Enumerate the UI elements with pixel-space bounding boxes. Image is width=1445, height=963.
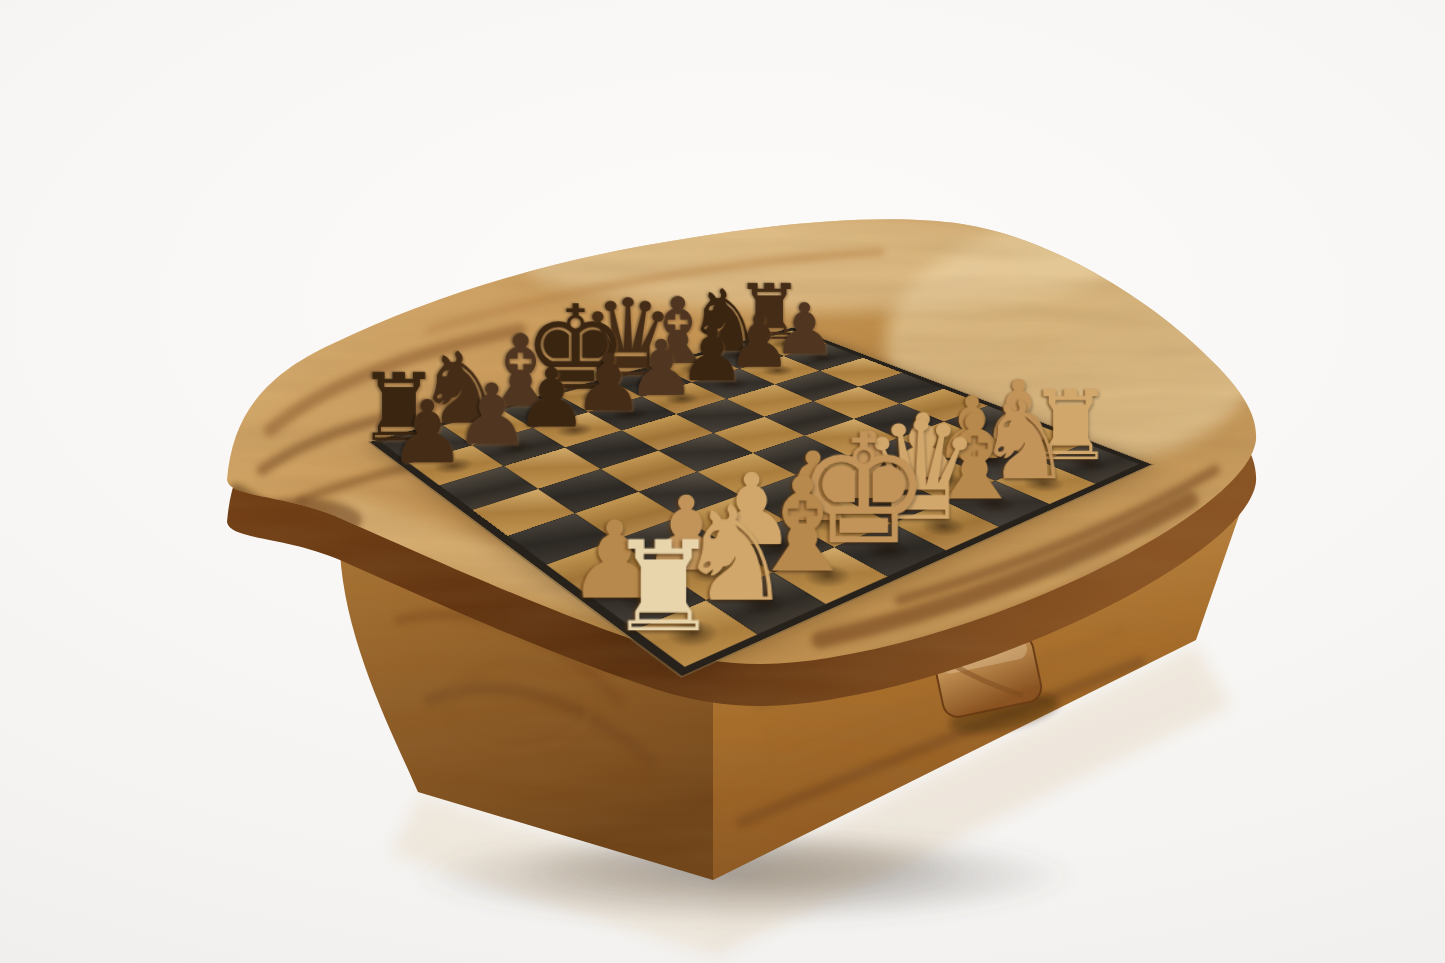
chess-board: ♜♞♝♛♚♝♞♜♟♟♟♟♟♟♟♟♟♟♟♟♟♟♟♟♜♞♝♛♚♝♞♜ xyxy=(370,328,1151,676)
white-rook[interactable]: ♜ xyxy=(607,530,720,646)
studio-backdrop: ♜♞♝♛♚♝♞♜♟♟♟♟♟♟♟♟♟♟♟♟♟♟♟♟♜♞♝♛♚♝♞♜ xyxy=(0,0,1445,963)
black-pawn[interactable]: ♟ xyxy=(389,393,467,473)
board-scene: ♜♞♝♛♚♝♞♜♟♟♟♟♟♟♟♟♟♟♟♟♟♟♟♟♜♞♝♛♚♝♞♜ xyxy=(0,0,1445,963)
